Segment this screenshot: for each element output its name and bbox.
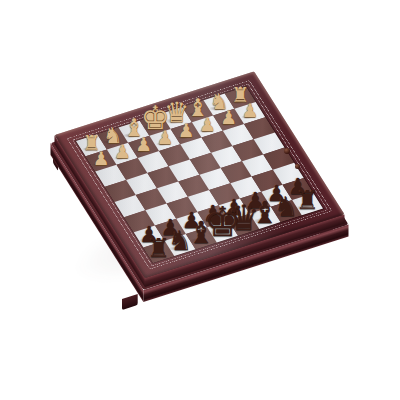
frame-knob-icon [295, 164, 300, 169]
frame-knob-icon [284, 148, 290, 154]
chess-set-photo: ♜♞♝♚♛♝♞♜♟♟♟♟♟♟♟♟♟♟♟♟♟♟♟♟♜♞♝♚♛♝♞♜ [0, 0, 400, 400]
